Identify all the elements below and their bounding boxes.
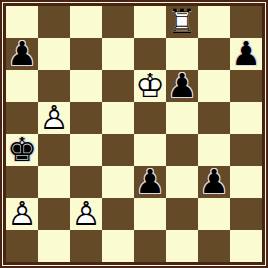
piece-white-pawn[interactable]: ♟♙ [70, 198, 102, 230]
black-king-glyph: ♚ [6, 134, 38, 166]
square-c7[interactable] [70, 38, 102, 70]
piece-black-pawn[interactable]: ♟ [134, 166, 166, 198]
square-d3[interactable] [102, 166, 134, 198]
square-d5[interactable] [102, 102, 134, 134]
black-pawn-glyph: ♟ [6, 38, 38, 70]
white-pawn-glyph-outline: ♙ [38, 102, 70, 134]
square-h1[interactable] [230, 230, 262, 262]
square-f4[interactable] [166, 134, 198, 166]
square-e6[interactable]: ♚♔ [134, 70, 166, 102]
white-pawn-glyph-outline: ♙ [70, 198, 102, 230]
square-h2[interactable] [230, 198, 262, 230]
square-e5[interactable] [134, 102, 166, 134]
square-f1[interactable] [166, 230, 198, 262]
square-b5[interactable]: ♟♙ [38, 102, 70, 134]
square-h5[interactable] [230, 102, 262, 134]
piece-white-king[interactable]: ♚♔ [134, 70, 166, 102]
square-h4[interactable] [230, 134, 262, 166]
black-pawn-glyph: ♟ [230, 38, 262, 70]
piece-white-rook[interactable]: ♜♖ [166, 6, 198, 38]
square-d2[interactable] [102, 198, 134, 230]
chess-board: ♜♖♟♟♚♔♟♟♙♚♟♟♟♙♟♙ [6, 6, 262, 262]
black-pawn-glyph: ♟ [166, 70, 198, 102]
square-c6[interactable] [70, 70, 102, 102]
white-king-glyph-outline: ♔ [134, 70, 166, 102]
white-pawn-glyph-outline: ♙ [6, 198, 38, 230]
square-f2[interactable] [166, 198, 198, 230]
square-b4[interactable] [38, 134, 70, 166]
square-b1[interactable] [38, 230, 70, 262]
piece-black-pawn[interactable]: ♟ [166, 70, 198, 102]
square-c5[interactable] [70, 102, 102, 134]
square-f6[interactable]: ♟ [166, 70, 198, 102]
square-f5[interactable] [166, 102, 198, 134]
square-f3[interactable] [166, 166, 198, 198]
piece-black-pawn[interactable]: ♟ [6, 38, 38, 70]
white-rook-glyph-outline: ♖ [166, 6, 198, 38]
chess-board-frame-inner: ♜♖♟♟♚♔♟♟♙♚♟♟♟♙♟♙ [3, 3, 265, 265]
square-g6[interactable] [198, 70, 230, 102]
square-e1[interactable] [134, 230, 166, 262]
square-e2[interactable] [134, 198, 166, 230]
square-b7[interactable] [38, 38, 70, 70]
piece-black-pawn[interactable]: ♟ [198, 166, 230, 198]
black-pawn-glyph: ♟ [198, 166, 230, 198]
square-a2[interactable]: ♟♙ [6, 198, 38, 230]
square-c8[interactable] [70, 6, 102, 38]
square-g1[interactable] [198, 230, 230, 262]
square-e3[interactable]: ♟ [134, 166, 166, 198]
square-e8[interactable] [134, 6, 166, 38]
square-g5[interactable] [198, 102, 230, 134]
square-c4[interactable] [70, 134, 102, 166]
chess-board-frame: ♜♖♟♟♚♔♟♟♙♚♟♟♟♙♟♙ [0, 0, 268, 268]
piece-white-pawn[interactable]: ♟♙ [6, 198, 38, 230]
square-a6[interactable] [6, 70, 38, 102]
piece-white-pawn[interactable]: ♟♙ [38, 102, 70, 134]
square-f8[interactable]: ♜♖ [166, 6, 198, 38]
square-b3[interactable] [38, 166, 70, 198]
square-b2[interactable] [38, 198, 70, 230]
square-d1[interactable] [102, 230, 134, 262]
piece-black-pawn[interactable]: ♟ [230, 38, 262, 70]
piece-black-king[interactable]: ♚ [6, 134, 38, 166]
square-a1[interactable] [6, 230, 38, 262]
square-c2[interactable]: ♟♙ [70, 198, 102, 230]
square-a4[interactable]: ♚ [6, 134, 38, 166]
square-d8[interactable] [102, 6, 134, 38]
square-h3[interactable] [230, 166, 262, 198]
black-pawn-glyph: ♟ [134, 166, 166, 198]
square-g8[interactable] [198, 6, 230, 38]
square-g7[interactable] [198, 38, 230, 70]
square-d4[interactable] [102, 134, 134, 166]
square-g2[interactable] [198, 198, 230, 230]
chess-board-frame-inset: ♜♖♟♟♚♔♟♟♙♚♟♟♟♙♟♙ [2, 2, 266, 266]
square-d7[interactable] [102, 38, 134, 70]
square-a7[interactable]: ♟ [6, 38, 38, 70]
square-g3[interactable]: ♟ [198, 166, 230, 198]
square-h6[interactable] [230, 70, 262, 102]
square-b8[interactable] [38, 6, 70, 38]
square-d6[interactable] [102, 70, 134, 102]
square-h7[interactable]: ♟ [230, 38, 262, 70]
square-c1[interactable] [70, 230, 102, 262]
